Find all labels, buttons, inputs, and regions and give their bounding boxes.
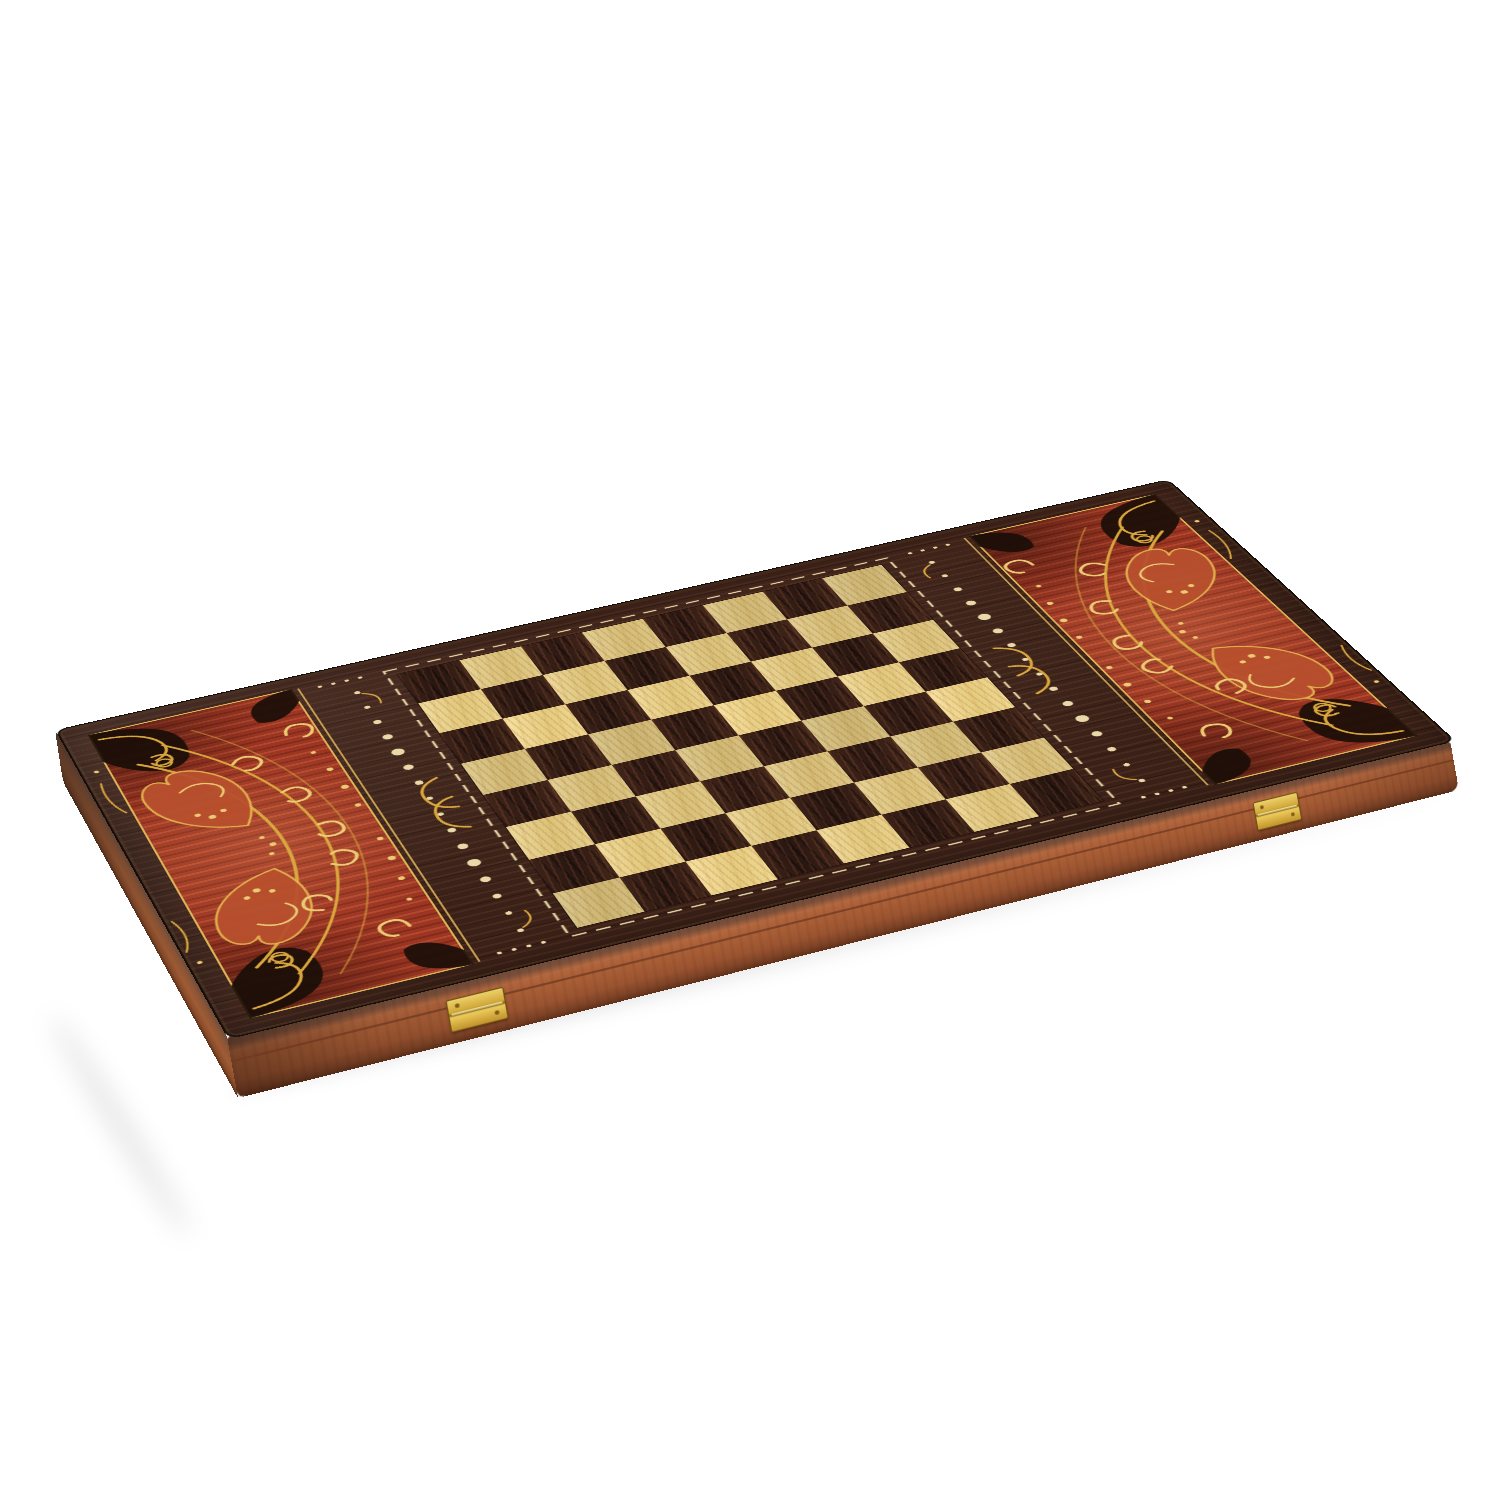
hinge-screw — [494, 1010, 499, 1015]
hinge-screw — [1291, 812, 1295, 817]
hinge-screw — [1260, 805, 1264, 810]
cast-shadow-left — [43, 1010, 198, 1241]
brass-hinge-left — [445, 987, 509, 1033]
damask-panel-left — [88, 689, 474, 1019]
photo-background — [0, 0, 1500, 1500]
brass-hinge-right — [1253, 792, 1303, 831]
hinge-screw — [455, 1003, 460, 1008]
